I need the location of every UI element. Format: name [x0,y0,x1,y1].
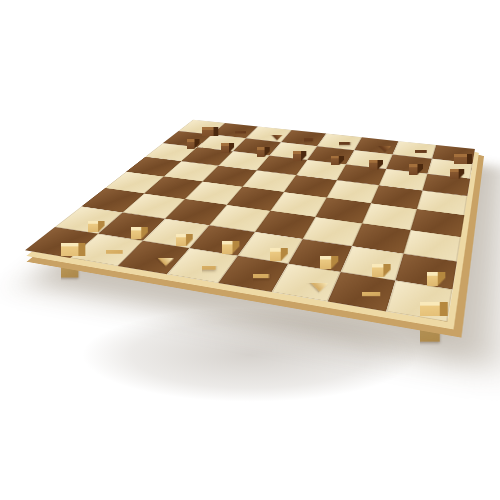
square-f4 [315,198,371,224]
knight-l-shape [223,113,246,133]
square-b3 [123,193,185,218]
queen-shape [189,226,216,270]
king-base-cube [329,126,350,145]
bishop-x-shape [286,252,327,287]
square-h6 [422,174,470,196]
king-base-cube [237,251,268,279]
rook-cube-shape [400,306,440,342]
square-d5 [243,170,297,192]
product-photo-scene [0,0,500,500]
queen-base-cube [189,249,216,270]
queen-shape [294,111,312,141]
bishop-x-shape [363,126,391,149]
rook-cube-shape [44,246,79,277]
bishop-x-shape [255,115,281,137]
knight-l-shape [402,131,426,153]
chess-board [25,120,475,322]
square-g4 [362,203,417,230]
king-shape [237,231,268,279]
queen-base-cube [294,127,312,141]
bishop-x-shape [134,229,172,261]
king-shape [329,113,350,145]
